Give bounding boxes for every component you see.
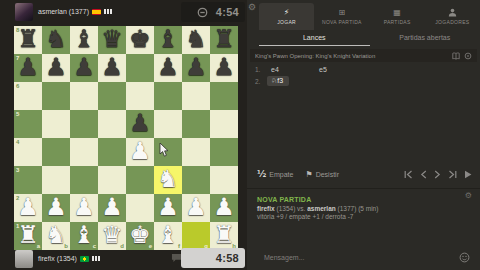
square-e2[interactable] xyxy=(126,194,154,222)
message-input-row: Mensagem... xyxy=(247,246,480,270)
white-pawn-b2[interactable]: ♟ xyxy=(42,193,70,221)
explorer-icon[interactable] xyxy=(464,52,472,60)
square-g3[interactable] xyxy=(182,166,210,194)
top-player-avatar[interactable] xyxy=(15,3,33,21)
top-clock-time: 4:54 xyxy=(216,6,245,18)
move-list: 1. e4 e5 2. ♘f3 xyxy=(250,63,477,87)
square-f6[interactable] xyxy=(154,82,182,110)
bottom-player-clock: 4:58 xyxy=(181,248,245,268)
white-bishop-c1[interactable]: ♝ xyxy=(70,221,98,249)
bottom-player-info[interactable]: firefix (1354) xyxy=(38,255,100,262)
black-knight-g8[interactable]: ♞ xyxy=(182,25,210,53)
white-knight-b1[interactable]: ♞ xyxy=(42,221,70,249)
bottom-player-avatar[interactable] xyxy=(15,250,33,268)
square-g4[interactable] xyxy=(182,138,210,166)
black-pawn-f7[interactable]: ♟ xyxy=(154,53,182,81)
top-player-clock: 4:54 xyxy=(181,2,245,22)
tab-partidas-label: PARTIDAS xyxy=(384,19,411,25)
black-queen-d8[interactable]: ♛ xyxy=(98,25,126,53)
panel-subtabs: Lances Partidas abertas xyxy=(259,30,480,46)
white-queen-d1[interactable]: ♛ xyxy=(98,221,126,249)
black-pawn-c7[interactable]: ♟ xyxy=(70,53,98,81)
square-a4[interactable]: 4 xyxy=(14,138,42,166)
square-a3[interactable]: 3 xyxy=(14,166,42,194)
black-rook-h8[interactable]: ♜ xyxy=(210,25,238,53)
players-icon xyxy=(448,8,457,17)
square-h2[interactable]: ♟ xyxy=(210,194,238,222)
square-g6[interactable] xyxy=(182,82,210,110)
square-f8[interactable]: ♝ xyxy=(154,26,182,54)
chat-matchup-line: firefix (1354) vs. asmerlan (1377) (5 mi… xyxy=(257,205,378,212)
rank-label-4: 4 xyxy=(16,139,19,145)
square-e8[interactable]: ♚ xyxy=(126,26,154,54)
square-e7[interactable] xyxy=(126,54,154,82)
spain-flag-icon xyxy=(92,9,101,15)
move-row-2: 2. ♘f3 xyxy=(250,75,477,87)
white-rook-a1[interactable]: ♜ xyxy=(14,221,42,249)
chat-game-header: NOVA PARTIDA xyxy=(257,196,311,203)
square-h7[interactable]: ♟ xyxy=(210,54,238,82)
square-d7[interactable]: ♟ xyxy=(98,54,126,82)
move-white-1[interactable]: e4 xyxy=(267,65,289,74)
chat-player2: asmerlan xyxy=(307,205,336,212)
white-bishop-f1[interactable]: ♝ xyxy=(154,221,182,249)
square-d3[interactable] xyxy=(98,166,126,194)
tab-jogadores[interactable]: JOGADORES xyxy=(425,3,480,30)
square-d6[interactable] xyxy=(98,82,126,110)
play-icon[interactable] xyxy=(464,170,472,179)
square-c7[interactable]: ♟ xyxy=(70,54,98,82)
white-pawn-c2[interactable]: ♟ xyxy=(70,193,98,221)
clock-icon xyxy=(197,7,208,18)
square-d5[interactable] xyxy=(98,110,126,138)
draw-label: Empate xyxy=(269,171,293,178)
opening-row: King's Pawn Opening: King's Knight Varia… xyxy=(250,49,477,62)
black-bishop-f8[interactable]: ♝ xyxy=(154,25,182,53)
black-pawn-a7[interactable]: ♟ xyxy=(14,53,42,81)
move-row-1: 1. e4 e5 xyxy=(250,63,477,75)
resign-label: Desistir xyxy=(316,171,339,178)
white-knight-f3[interactable]: ♞ xyxy=(154,165,182,193)
emoji-icon[interactable] xyxy=(459,252,470,263)
square-f1[interactable]: f♝ xyxy=(154,222,182,250)
square-h8[interactable]: ♜ xyxy=(210,26,238,54)
white-pawn-g2[interactable]: ♟ xyxy=(182,193,210,221)
square-c5[interactable] xyxy=(70,110,98,138)
square-e5[interactable]: ♟ xyxy=(126,110,154,138)
square-b7[interactable]: ♟ xyxy=(42,54,70,82)
square-g5[interactable] xyxy=(182,110,210,138)
square-b3[interactable] xyxy=(42,166,70,194)
board-settings-gear-icon[interactable]: ⚙ xyxy=(248,2,256,12)
rank-label-5: 5 xyxy=(16,111,19,117)
mouse-cursor xyxy=(159,143,170,158)
tab-jogar-label: JOGAR xyxy=(277,19,296,25)
rank-label-6: 6 xyxy=(16,83,19,89)
black-pawn-d7[interactable]: ♟ xyxy=(98,53,126,81)
square-f3[interactable]: ♞ xyxy=(154,166,182,194)
signal-bars-icon xyxy=(92,256,100,261)
white-pawn-a2[interactable]: ♟ xyxy=(14,193,42,221)
square-c8[interactable]: ♝ xyxy=(70,26,98,54)
square-a2[interactable]: 2♟ xyxy=(14,194,42,222)
bottom-clock-time: 4:58 xyxy=(216,252,245,264)
black-bishop-c8[interactable]: ♝ xyxy=(70,25,98,53)
brazil-flag-icon xyxy=(80,256,89,262)
black-rook-a8[interactable]: ♜ xyxy=(14,25,42,53)
square-c4[interactable] xyxy=(70,138,98,166)
subtab-partidas-abertas[interactable]: Partidas abertas xyxy=(370,30,480,46)
square-g8[interactable]: ♞ xyxy=(182,26,210,54)
skip-to-start-icon[interactable] xyxy=(404,170,413,179)
half-point-icon: ½ xyxy=(257,169,266,179)
white-pawn-e4[interactable]: ♟ xyxy=(126,137,154,165)
black-pawn-b7[interactable]: ♟ xyxy=(42,53,70,81)
chat-player1: firefix xyxy=(257,205,275,212)
resign-button[interactable]: ⚑ Desistir xyxy=(305,170,339,179)
bottom-player-name: firefix (1354) xyxy=(38,255,77,262)
tab-partidas[interactable]: ▦ PARTIDAS xyxy=(370,3,425,30)
square-h6[interactable] xyxy=(210,82,238,110)
side-panel: ⚙ ⚡ JOGAR ⊞ NOVA PARTIDA ▦ PARTIDAS JOGA… xyxy=(247,0,480,270)
square-h1[interactable]: h♜ xyxy=(210,222,238,250)
draw-button[interactable]: ½ Empate xyxy=(257,169,293,179)
chat-settings-gear-icon[interactable]: ⚙ xyxy=(465,191,472,200)
chat-rating-odds: vitória +9 / empate +1 / derrota -7 xyxy=(257,213,353,220)
square-e1[interactable]: e♚ xyxy=(126,222,154,250)
square-a8[interactable]: 8♜ xyxy=(14,26,42,54)
subtab-lances[interactable]: Lances xyxy=(259,30,370,46)
square-b4[interactable] xyxy=(42,138,70,166)
forward-icon[interactable] xyxy=(434,170,441,179)
square-d8[interactable]: ♛ xyxy=(98,26,126,54)
white-king-e1[interactable]: ♚ xyxy=(126,221,154,249)
top-player-info[interactable]: asmerlan (1377) xyxy=(38,8,112,15)
square-d2[interactable]: ♟ xyxy=(98,194,126,222)
top-player-name: asmerlan (1377) xyxy=(38,8,89,15)
chat-time-control: (1377) (5 min) xyxy=(336,205,379,212)
move-navigation xyxy=(404,170,472,179)
chess-board: 8♜♞♝♛♚♝♞♜7♟♟♟♟♟♟♟65♟4♟3♞2♟♟♟♟♟♟♟1a♜b♞c♝d… xyxy=(14,26,238,250)
square-d4[interactable] xyxy=(98,138,126,166)
square-h5[interactable] xyxy=(210,110,238,138)
grid-icon: ▦ xyxy=(393,8,401,17)
tab-nova-partida[interactable]: ⊞ NOVA PARTIDA xyxy=(314,3,369,30)
white-pawn-h2[interactable]: ♟ xyxy=(210,193,238,221)
back-icon[interactable] xyxy=(420,170,427,179)
square-c2[interactable]: ♟ xyxy=(70,194,98,222)
move-number: 2. xyxy=(255,78,265,85)
plus-square-icon: ⊞ xyxy=(339,8,346,17)
tab-nova-partida-label: NOVA PARTIDA xyxy=(322,19,362,25)
square-h4[interactable] xyxy=(210,138,238,166)
skip-to-end-icon[interactable] xyxy=(448,170,457,179)
resign-flag-icon: ⚑ xyxy=(305,170,312,179)
square-g2[interactable]: ♟ xyxy=(182,194,210,222)
square-e6[interactable] xyxy=(126,82,154,110)
black-knight-b8[interactable]: ♞ xyxy=(42,25,70,53)
chat-vs-text: (1354) vs. xyxy=(275,205,308,212)
opening-name: King's Pawn Opening: King's Knight Varia… xyxy=(255,53,448,59)
tab-jogadores-label: JOGADORES xyxy=(435,19,469,25)
move-number: 1. xyxy=(255,66,265,73)
white-pawn-d2[interactable]: ♟ xyxy=(98,193,126,221)
square-a5[interactable]: 5 xyxy=(14,110,42,138)
message-input[interactable]: Mensagem... xyxy=(264,254,304,261)
book-icon[interactable] xyxy=(452,52,460,60)
lightning-icon: ⚡ xyxy=(284,8,290,17)
square-g1[interactable]: g xyxy=(182,222,210,250)
square-a7[interactable]: 7♟ xyxy=(14,54,42,82)
square-e3[interactable] xyxy=(126,166,154,194)
square-c3[interactable] xyxy=(70,166,98,194)
chess-app: asmerlan (1377) 4:54 8♜♞♝♛♚♝♞♜7♟♟♟♟♟♟♟65… xyxy=(0,0,480,270)
square-a6[interactable]: 6 xyxy=(14,82,42,110)
square-b1[interactable]: b♞ xyxy=(42,222,70,250)
black-king-e8[interactable]: ♚ xyxy=(126,25,154,53)
square-b6[interactable] xyxy=(42,82,70,110)
square-d1[interactable]: d♛ xyxy=(98,222,126,250)
square-e4[interactable]: ♟ xyxy=(126,138,154,166)
black-pawn-h7[interactable]: ♟ xyxy=(210,53,238,81)
square-c6[interactable] xyxy=(70,82,98,110)
white-pawn-f2[interactable]: ♟ xyxy=(154,193,182,221)
rank-label-3: 3 xyxy=(16,167,19,173)
panel-tabs: ⚡ JOGAR ⊞ NOVA PARTIDA ▦ PARTIDAS JOGADO… xyxy=(259,3,480,30)
square-c1[interactable]: c♝ xyxy=(70,222,98,250)
square-f2[interactable]: ♟ xyxy=(154,194,182,222)
square-b2[interactable]: ♟ xyxy=(42,194,70,222)
game-controls: ½ Empate ⚑ Desistir xyxy=(247,164,480,184)
black-pawn-g7[interactable]: ♟ xyxy=(182,53,210,81)
square-f7[interactable]: ♟ xyxy=(154,54,182,82)
square-f5[interactable] xyxy=(154,110,182,138)
black-pawn-e5[interactable]: ♟ xyxy=(126,109,154,137)
chat-section: ⚙ NOVA PARTIDA firefix (1354) vs. asmerl… xyxy=(247,188,480,247)
square-h3[interactable] xyxy=(210,166,238,194)
square-b8[interactable]: ♞ xyxy=(42,26,70,54)
move-black-1[interactable]: e5 xyxy=(315,65,337,74)
square-g7[interactable]: ♟ xyxy=(182,54,210,82)
square-a1[interactable]: 1a♜ xyxy=(14,222,42,250)
white-rook-h1[interactable]: ♜ xyxy=(210,221,238,249)
game-area: asmerlan (1377) 4:54 8♜♞♝♛♚♝♞♜7♟♟♟♟♟♟♟65… xyxy=(0,0,247,270)
tab-jogar[interactable]: ⚡ JOGAR xyxy=(259,3,314,30)
square-b5[interactable] xyxy=(42,110,70,138)
move-white-2-current[interactable]: ♘f3 xyxy=(267,76,289,86)
signal-bars-icon xyxy=(104,9,112,14)
